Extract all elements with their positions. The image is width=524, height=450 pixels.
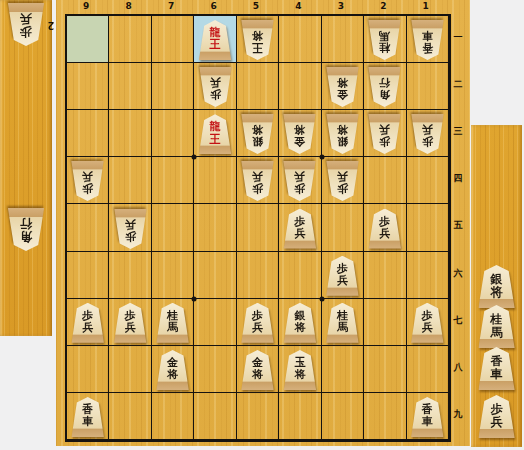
square-9i[interactable]: 香車	[67, 393, 109, 440]
hoshi-dot	[319, 155, 324, 160]
piece-lance-sente[interactable]: 香車	[71, 397, 104, 437]
square-1c[interactable]: 歩兵	[407, 110, 449, 157]
square-4g[interactable]: 銀将	[279, 299, 321, 346]
square-4d[interactable]: 歩兵	[279, 157, 321, 204]
square-1e[interactable]	[407, 204, 449, 251]
piece-silver-sente[interactable]: 銀将	[478, 265, 515, 308]
column-label-7: 7	[150, 0, 192, 13]
square-8e[interactable]: 歩兵	[109, 204, 151, 251]
square-2e[interactable]: 歩兵	[364, 204, 406, 251]
square-9a[interactable]	[67, 16, 109, 63]
piece-knight-sente[interactable]: 桂馬	[156, 303, 189, 343]
square-8c[interactable]	[109, 110, 151, 157]
square-6c[interactable]: 龍王	[194, 110, 236, 157]
piece-face: 玉将	[283, 350, 316, 390]
piece-face: 桂馬	[326, 303, 359, 343]
square-5c[interactable]: 銀将	[237, 110, 279, 157]
piece-face: 龍王	[199, 114, 232, 154]
piece-king-sente[interactable]: 玉将	[283, 350, 316, 390]
piece-face: 銀将	[326, 114, 359, 154]
square-7a[interactable]	[152, 16, 194, 63]
square-4a[interactable]	[279, 16, 321, 63]
column-label-5: 5	[235, 0, 277, 13]
piece-face: 歩兵	[114, 303, 147, 343]
square-9f[interactable]	[67, 252, 109, 299]
square-3c[interactable]: 銀将	[322, 110, 364, 157]
column-label-6: 6	[192, 0, 234, 13]
piece-face: 歩兵	[241, 161, 274, 201]
gote-hand-pawn[interactable]: 歩兵2	[8, 3, 45, 46]
square-6h[interactable]	[194, 346, 236, 393]
row-label-2: 二	[450, 61, 466, 108]
piece-face: 歩兵	[241, 303, 274, 343]
shogi-board-panel: 987654321 龍王王将桂馬香車歩兵金将角行龍王銀将金将銀将歩兵歩兵歩兵歩兵…	[56, 0, 470, 446]
hoshi-dot	[192, 296, 197, 301]
column-label-9: 9	[65, 0, 107, 13]
piece-king-gote[interactable]: 王将	[241, 20, 274, 60]
piece-face: 金将	[156, 350, 189, 390]
sente-hand-lance[interactable]: 香車	[478, 347, 515, 390]
square-7d[interactable]	[152, 157, 194, 204]
piece-pawn-sente[interactable]: 歩兵	[283, 209, 316, 249]
piece-face: 香車	[478, 347, 515, 390]
square-1g[interactable]: 歩兵	[407, 299, 449, 346]
column-label-1: 1	[405, 0, 447, 13]
square-8b[interactable]	[109, 63, 151, 110]
square-5e[interactable]	[237, 204, 279, 251]
square-6e[interactable]	[194, 204, 236, 251]
square-7e[interactable]	[152, 204, 194, 251]
piece-pawn-gote[interactable]: 歩兵	[199, 67, 232, 107]
square-1f[interactable]	[407, 252, 449, 299]
square-4b[interactable]	[279, 63, 321, 110]
piece-face: 歩兵	[368, 209, 401, 249]
square-5i[interactable]	[237, 393, 279, 440]
square-3d[interactable]: 歩兵	[322, 157, 364, 204]
square-4h[interactable]: 玉将	[279, 346, 321, 393]
square-5g[interactable]: 歩兵	[237, 299, 279, 346]
piece-pawn-sente[interactable]: 歩兵	[71, 303, 104, 343]
square-9e[interactable]	[67, 204, 109, 251]
row-label-8: 八	[450, 344, 466, 391]
piece-face: 歩兵	[411, 114, 444, 154]
piece-knight-gote[interactable]: 桂馬	[368, 20, 401, 60]
piece-lance-gote[interactable]: 香車	[411, 20, 444, 60]
square-3e[interactable]	[322, 204, 364, 251]
row-label-1: 一	[450, 14, 466, 61]
hoshi-dot	[192, 155, 197, 160]
piece-face: 歩兵	[71, 161, 104, 201]
piece-lance-sente[interactable]: 香車	[478, 347, 515, 390]
piece-pawn-gote[interactable]: 歩兵	[114, 209, 147, 249]
square-9h[interactable]	[67, 346, 109, 393]
piece-knight-sente[interactable]: 桂馬	[326, 303, 359, 343]
square-5d[interactable]: 歩兵	[237, 157, 279, 204]
piece-pawn-sente[interactable]: 歩兵	[241, 303, 274, 343]
piece-face: 歩兵	[114, 209, 147, 249]
square-4e[interactable]: 歩兵	[279, 204, 321, 251]
piece-pawn-gote[interactable]: 歩兵	[8, 3, 45, 46]
square-2d[interactable]	[364, 157, 406, 204]
piece-face: 香車	[71, 397, 104, 437]
sente-hand-pawn[interactable]: 歩兵	[478, 395, 515, 438]
piece-gold-sente[interactable]: 金将	[241, 350, 274, 390]
gote-hand-count-pawn: 2	[48, 19, 55, 32]
piece-face: 歩兵	[283, 209, 316, 249]
square-8h[interactable]	[109, 346, 151, 393]
piece-pawn-sente[interactable]: 歩兵	[114, 303, 147, 343]
square-4i[interactable]	[279, 393, 321, 440]
piece-gold-gote[interactable]: 金将	[326, 67, 359, 107]
piece-face: 歩兵	[478, 395, 515, 438]
shogi-app: 歩兵2角行 987654321 龍王王将桂馬香車歩兵金将角行龍王銀将金将銀将歩兵…	[0, 0, 524, 450]
row-label-6: 六	[450, 250, 466, 297]
square-9c[interactable]	[67, 110, 109, 157]
square-2g[interactable]	[364, 299, 406, 346]
square-4c[interactable]: 金将	[279, 110, 321, 157]
row-label-5: 五	[450, 202, 466, 249]
square-7c[interactable]	[152, 110, 194, 157]
piece-face: 歩兵	[326, 161, 359, 201]
square-7i[interactable]	[152, 393, 194, 440]
shogi-board: 龍王王将桂馬香車歩兵金将角行龍王銀将金将銀将歩兵歩兵歩兵歩兵歩兵歩兵歩兵歩兵歩兵…	[65, 14, 451, 442]
piece-face: 歩兵	[199, 67, 232, 107]
piece-pawn-gote[interactable]: 歩兵	[283, 161, 316, 201]
piece-pawn-sente[interactable]: 歩兵	[326, 256, 359, 296]
piece-face: 銀将	[478, 265, 515, 308]
row-label-7: 七	[450, 297, 466, 344]
piece-lance-sente[interactable]: 香車	[411, 397, 444, 437]
row-label-3: 三	[450, 108, 466, 155]
square-3f[interactable]: 歩兵	[322, 252, 364, 299]
piece-pawn-gote[interactable]: 歩兵	[368, 114, 401, 154]
column-labels: 987654321	[65, 0, 447, 13]
square-4f[interactable]	[279, 252, 321, 299]
piece-face: 歩兵	[411, 303, 444, 343]
sente-captured-stand: 銀将桂馬香車歩兵	[471, 125, 522, 447]
piece-face: 角行	[8, 208, 45, 251]
piece-face: 歩兵	[71, 303, 104, 343]
square-7g[interactable]: 桂馬	[152, 299, 194, 346]
square-1h[interactable]	[407, 346, 449, 393]
sente-hand-knight[interactable]: 桂馬	[478, 305, 515, 348]
square-8g[interactable]: 歩兵	[109, 299, 151, 346]
square-3g[interactable]: 桂馬	[322, 299, 364, 346]
square-3b[interactable]: 金将	[322, 63, 364, 110]
square-2f[interactable]	[364, 252, 406, 299]
piece-pawn-gote[interactable]: 歩兵	[71, 161, 104, 201]
square-5a[interactable]: 王将	[237, 16, 279, 63]
square-1d[interactable]	[407, 157, 449, 204]
column-label-2: 2	[362, 0, 404, 13]
square-8a[interactable]	[109, 16, 151, 63]
square-2c[interactable]: 歩兵	[364, 110, 406, 157]
piece-knight-sente[interactable]: 桂馬	[478, 305, 515, 348]
square-5h[interactable]: 金将	[237, 346, 279, 393]
square-6d[interactable]	[194, 157, 236, 204]
piece-face: 王将	[241, 20, 274, 60]
square-2a[interactable]: 桂馬	[364, 16, 406, 63]
square-2i[interactable]	[364, 393, 406, 440]
piece-face: 桂馬	[368, 20, 401, 60]
square-6g[interactable]	[194, 299, 236, 346]
piece-silver-sente[interactable]: 銀将	[283, 303, 316, 343]
piece-face: 銀将	[241, 114, 274, 154]
square-3a[interactable]	[322, 16, 364, 63]
piece-face: 角行	[368, 67, 401, 107]
column-label-3: 3	[320, 0, 362, 13]
sente-hand-silver[interactable]: 銀将	[478, 265, 515, 308]
square-5f[interactable]	[237, 252, 279, 299]
piece-face: 金将	[241, 350, 274, 390]
row-label-9: 九	[450, 391, 466, 438]
column-label-4: 4	[277, 0, 319, 13]
square-9d[interactable]: 歩兵	[67, 157, 109, 204]
piece-face: 歩兵	[326, 256, 359, 296]
square-1b[interactable]	[407, 63, 449, 110]
piece-silver-gote[interactable]: 銀将	[241, 114, 274, 154]
row-label-4: 四	[450, 155, 466, 202]
square-2h[interactable]	[364, 346, 406, 393]
piece-silver-gote[interactable]: 銀将	[326, 114, 359, 154]
piece-gold-gote[interactable]: 金将	[283, 114, 316, 154]
square-9b[interactable]	[67, 63, 109, 110]
square-6b[interactable]: 歩兵	[194, 63, 236, 110]
piece-dragon-king-sente[interactable]: 龍王	[199, 20, 232, 60]
piece-face: 歩兵	[283, 161, 316, 201]
square-1i[interactable]: 香車	[407, 393, 449, 440]
piece-pawn-sente[interactable]: 歩兵	[368, 209, 401, 249]
square-3h[interactable]	[322, 346, 364, 393]
square-6i[interactable]	[194, 393, 236, 440]
square-5b[interactable]	[237, 63, 279, 110]
piece-pawn-gote[interactable]: 歩兵	[241, 161, 274, 201]
column-label-8: 8	[107, 0, 149, 13]
square-7h[interactable]: 金将	[152, 346, 194, 393]
piece-face: 桂馬	[478, 305, 515, 348]
piece-gold-sente[interactable]: 金将	[156, 350, 189, 390]
piece-face: 金将	[283, 114, 316, 154]
piece-face: 歩兵	[8, 3, 45, 46]
piece-face: 香車	[411, 20, 444, 60]
square-2b[interactable]: 角行	[364, 63, 406, 110]
piece-face: 香車	[411, 397, 444, 437]
square-6a[interactable]: 龍王	[194, 16, 236, 63]
hoshi-dot	[319, 296, 324, 301]
piece-pawn-sente[interactable]: 歩兵	[411, 303, 444, 343]
square-8f[interactable]	[109, 252, 151, 299]
square-9g[interactable]: 歩兵	[67, 299, 109, 346]
piece-face: 歩兵	[368, 114, 401, 154]
piece-face: 桂馬	[156, 303, 189, 343]
piece-pawn-gote[interactable]: 歩兵	[326, 161, 359, 201]
square-7f[interactable]	[152, 252, 194, 299]
piece-pawn-sente[interactable]: 歩兵	[478, 395, 515, 438]
piece-face: 龍王	[199, 20, 232, 60]
square-3i[interactable]	[322, 393, 364, 440]
piece-bishop-gote[interactable]: 角行	[368, 67, 401, 107]
row-labels: 一二三四五六七八九	[450, 14, 466, 438]
square-8i[interactable]	[109, 393, 151, 440]
square-1a[interactable]: 香車	[407, 16, 449, 63]
piece-bishop-gote[interactable]: 角行	[8, 208, 45, 251]
piece-dragon-king-sente[interactable]: 龍王	[199, 114, 232, 154]
piece-pawn-gote[interactable]: 歩兵	[411, 114, 444, 154]
square-8d[interactable]	[109, 157, 151, 204]
piece-face: 金将	[326, 67, 359, 107]
square-7b[interactable]	[152, 63, 194, 110]
gote-hand-bishop[interactable]: 角行	[8, 208, 45, 251]
square-6f[interactable]	[194, 252, 236, 299]
gote-captured-stand: 歩兵2角行	[0, 0, 52, 336]
piece-face: 銀将	[283, 303, 316, 343]
